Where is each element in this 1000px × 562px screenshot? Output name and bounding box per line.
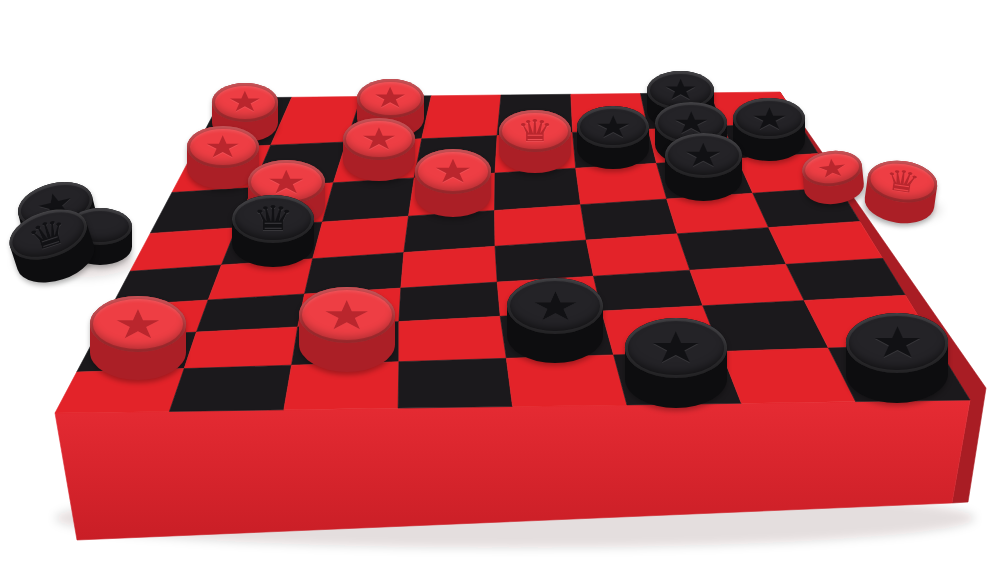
star-icon: ★ xyxy=(530,286,580,326)
black-man-f7[interactable]: ★ xyxy=(577,106,649,169)
red-king-e7[interactable]: ♛ xyxy=(499,110,571,173)
piece-face: ★ xyxy=(299,287,395,343)
black-man-h1[interactable]: ★ xyxy=(846,313,948,403)
star-icon: ★ xyxy=(663,76,698,104)
star-icon: ★ xyxy=(360,124,397,154)
crown-icon: ♛ xyxy=(252,202,295,236)
piece-face: ★ xyxy=(212,83,279,122)
star-icon: ★ xyxy=(228,88,263,116)
star-icon: ★ xyxy=(815,154,849,182)
star-icon: ★ xyxy=(871,322,924,365)
checkers-scene: ★★★★★★♛★★★★★♛★★♛♛★★★★★ xyxy=(0,0,1000,562)
square-d4[interactable] xyxy=(401,246,497,288)
red-man-c2[interactable]: ★ xyxy=(299,287,395,372)
black-king-b5[interactable]: ♛ xyxy=(232,195,314,267)
black-man-g6[interactable]: ★ xyxy=(665,133,742,201)
star-icon: ★ xyxy=(373,84,408,112)
crown-icon: ♛ xyxy=(516,116,553,146)
red-man-offboard-right-4[interactable]: ★ xyxy=(800,148,865,207)
piece-face: ★ xyxy=(90,296,186,352)
piece-face: ★ xyxy=(846,313,948,372)
piece-face: ★ xyxy=(665,133,742,178)
square-b2[interactable] xyxy=(184,327,298,369)
black-man-f1[interactable]: ★ xyxy=(625,318,727,408)
piece-face: ★ xyxy=(357,79,424,118)
square-e4[interactable] xyxy=(495,240,594,282)
black-man-h7[interactable]: ★ xyxy=(733,98,805,161)
red-man-a2[interactable]: ★ xyxy=(90,296,186,381)
red-king-offboard-right-5[interactable]: ♛ xyxy=(862,156,940,227)
square-d2[interactable] xyxy=(399,316,506,361)
star-icon: ★ xyxy=(113,304,163,344)
square-e5[interactable] xyxy=(495,205,587,247)
star-icon: ★ xyxy=(649,327,702,370)
square-f3[interactable] xyxy=(594,270,703,311)
square-d5[interactable] xyxy=(404,211,495,253)
square-a5[interactable] xyxy=(130,228,236,272)
red-man-d6[interactable]: ★ xyxy=(415,149,492,217)
piece-face: ♛ xyxy=(499,110,571,152)
piece-face: ★ xyxy=(415,149,492,194)
square-b1[interactable] xyxy=(169,365,291,411)
star-icon: ★ xyxy=(594,112,631,142)
star-icon: ★ xyxy=(322,295,372,335)
black-man-e2[interactable]: ★ xyxy=(507,278,603,363)
crown-icon: ♛ xyxy=(882,164,922,198)
piece-face: ★ xyxy=(625,318,727,377)
crown-icon: ♛ xyxy=(23,212,73,257)
square-f4[interactable] xyxy=(586,234,690,276)
square-f6[interactable] xyxy=(576,163,667,204)
piece-face: ♛ xyxy=(232,195,314,242)
star-icon: ★ xyxy=(204,132,241,162)
square-g4[interactable] xyxy=(677,228,786,271)
square-g3[interactable] xyxy=(690,264,804,306)
square-c5[interactable] xyxy=(313,216,409,259)
piece-face: ★ xyxy=(343,118,415,160)
square-f5[interactable] xyxy=(581,199,678,240)
checkers-board xyxy=(0,0,1000,562)
square-d1[interactable] xyxy=(398,358,512,408)
square-e6[interactable] xyxy=(495,168,581,210)
square-d8[interactable] xyxy=(422,95,501,139)
square-c6[interactable] xyxy=(322,178,414,222)
piece-face: ★ xyxy=(577,106,649,148)
square-b3[interactable] xyxy=(196,294,304,332)
red-man-c7[interactable]: ★ xyxy=(343,118,415,181)
star-icon: ★ xyxy=(751,104,788,134)
square-d3[interactable] xyxy=(399,282,500,322)
star-icon: ★ xyxy=(683,139,723,171)
star-icon: ★ xyxy=(266,166,306,198)
star-icon: ★ xyxy=(433,155,473,187)
